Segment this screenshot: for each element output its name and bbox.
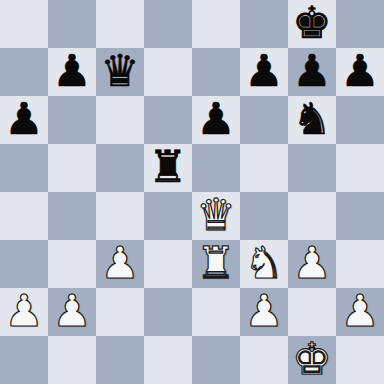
square-b8[interactable] [48,0,96,48]
piece-white-pawn: ♟ [292,239,331,287]
square-g4[interactable] [288,192,336,240]
square-h7[interactable]: ♟ [336,48,384,96]
square-b5[interactable] [48,144,96,192]
square-e4[interactable]: ♛ [192,192,240,240]
piece-black-pawn: ♟ [244,47,283,95]
piece-black-knight: ♞ [292,95,331,143]
square-g8[interactable]: ♚ [288,0,336,48]
square-e2[interactable] [192,288,240,336]
square-a8[interactable] [0,0,48,48]
piece-white-rook: ♜ [196,239,235,287]
square-a1[interactable] [0,336,48,384]
square-b2[interactable]: ♟ [48,288,96,336]
square-d3[interactable] [144,240,192,288]
square-d4[interactable] [144,192,192,240]
piece-black-queen: ♛ [100,47,139,95]
square-a2[interactable]: ♟ [0,288,48,336]
square-f3[interactable]: ♞ [240,240,288,288]
square-h5[interactable] [336,144,384,192]
chess-board: ♚♟♛♟♟♟♟♟♞♜♛♟♜♞♟♟♟♟♟♚ [0,0,384,384]
square-b4[interactable] [48,192,96,240]
square-f4[interactable] [240,192,288,240]
piece-white-pawn: ♟ [100,239,139,287]
square-g6[interactable]: ♞ [288,96,336,144]
square-a3[interactable] [0,240,48,288]
piece-white-king: ♚ [292,335,331,383]
square-b6[interactable] [48,96,96,144]
piece-black-rook: ♜ [148,143,187,191]
square-d6[interactable] [144,96,192,144]
square-g7[interactable]: ♟ [288,48,336,96]
square-a6[interactable]: ♟ [0,96,48,144]
square-e6[interactable]: ♟ [192,96,240,144]
piece-white-pawn: ♟ [4,287,43,335]
square-h1[interactable] [336,336,384,384]
square-g5[interactable] [288,144,336,192]
square-c3[interactable]: ♟ [96,240,144,288]
square-d7[interactable] [144,48,192,96]
piece-black-pawn: ♟ [4,95,43,143]
square-e8[interactable] [192,0,240,48]
piece-black-king: ♚ [292,0,331,47]
square-e5[interactable] [192,144,240,192]
piece-white-pawn: ♟ [244,287,283,335]
square-b3[interactable] [48,240,96,288]
square-h8[interactable] [336,0,384,48]
square-h2[interactable]: ♟ [336,288,384,336]
square-f8[interactable] [240,0,288,48]
square-f7[interactable]: ♟ [240,48,288,96]
piece-black-pawn: ♟ [196,95,235,143]
square-f5[interactable] [240,144,288,192]
square-c4[interactable] [96,192,144,240]
square-e3[interactable]: ♜ [192,240,240,288]
square-c2[interactable] [96,288,144,336]
square-e1[interactable] [192,336,240,384]
piece-black-pawn: ♟ [340,47,379,95]
square-d5[interactable]: ♜ [144,144,192,192]
square-h6[interactable] [336,96,384,144]
square-c6[interactable] [96,96,144,144]
piece-white-queen: ♛ [196,191,235,239]
square-h3[interactable] [336,240,384,288]
square-h4[interactable] [336,192,384,240]
square-b7[interactable]: ♟ [48,48,96,96]
square-b1[interactable] [48,336,96,384]
square-e7[interactable] [192,48,240,96]
square-a5[interactable] [0,144,48,192]
piece-black-pawn: ♟ [52,47,91,95]
square-f6[interactable] [240,96,288,144]
square-d2[interactable] [144,288,192,336]
square-g2[interactable] [288,288,336,336]
piece-white-pawn: ♟ [340,287,379,335]
square-c7[interactable]: ♛ [96,48,144,96]
square-d1[interactable] [144,336,192,384]
square-f2[interactable]: ♟ [240,288,288,336]
square-g1[interactable]: ♚ [288,336,336,384]
square-d8[interactable] [144,0,192,48]
square-c5[interactable] [96,144,144,192]
piece-black-pawn: ♟ [292,47,331,95]
square-f1[interactable] [240,336,288,384]
square-g3[interactable]: ♟ [288,240,336,288]
square-a7[interactable] [0,48,48,96]
square-c1[interactable] [96,336,144,384]
square-a4[interactable] [0,192,48,240]
square-c8[interactable] [96,0,144,48]
piece-white-knight: ♞ [244,239,283,287]
piece-white-pawn: ♟ [52,287,91,335]
